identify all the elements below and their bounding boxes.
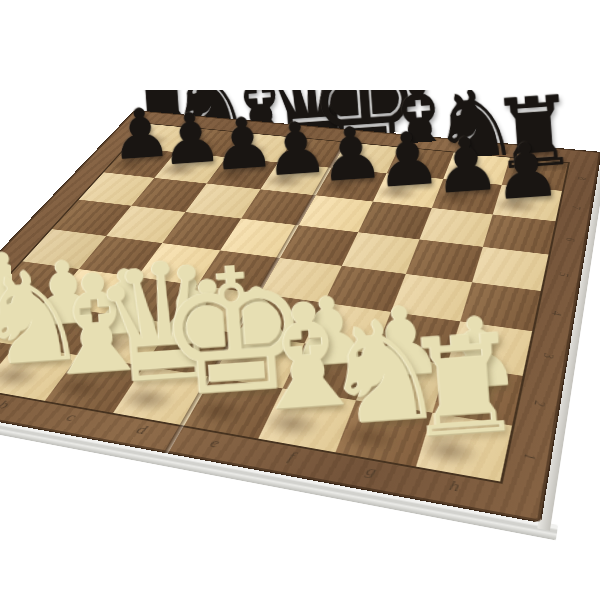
rank-label-7: 7 xyxy=(567,201,585,215)
rank-label-1: 1 xyxy=(517,444,542,471)
square-g8 xyxy=(443,152,510,184)
product-photo: ♜♞♝♛♚♝♞♜♟♟♟♟♟♟♟♟♟♟♟♟♟♟♟♟♜♞♝♛♚♝♞♜abcdefgh… xyxy=(0,0,600,600)
rank-label-6: 6 xyxy=(561,232,580,247)
board: ♜♞♝♛♚♝♞♜♟♟♟♟♟♟♟♟♟♟♟♟♟♟♟♟♜♞♝♛♚♝♞♜abcdefgh… xyxy=(0,110,600,523)
photo-crop-area: ♜♞♝♛♚♝♞♜♟♟♟♟♟♟♟♟♟♟♟♟♟♟♟♟♜♞♝♛♚♝♞♜abcdefgh… xyxy=(0,90,600,587)
file-label-e: e xyxy=(173,430,257,460)
file-label-f: f xyxy=(248,443,334,475)
rank-label-5: 5 xyxy=(554,266,574,283)
